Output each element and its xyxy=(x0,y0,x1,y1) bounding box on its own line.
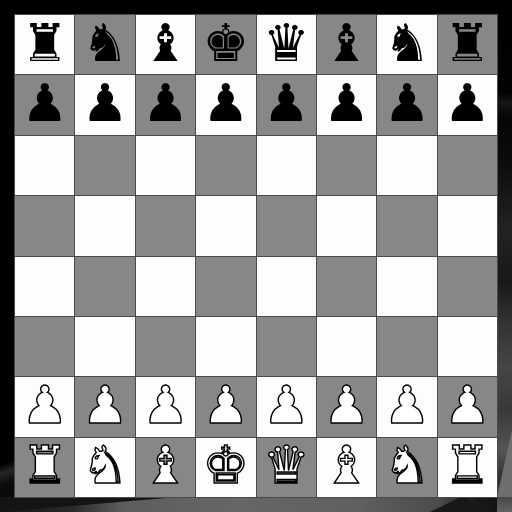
piece-white-pawn[interactable]: ♟ xyxy=(384,379,431,431)
piece-white-pawn[interactable]: ♟ xyxy=(444,379,491,431)
square-b6[interactable] xyxy=(75,136,134,195)
piece-black-pawn[interactable]: ♟ xyxy=(444,77,491,129)
square-b1[interactable]: ♞ xyxy=(75,438,134,497)
square-d8[interactable]: ♚ xyxy=(196,15,255,74)
square-h4[interactable] xyxy=(438,257,497,316)
square-a8[interactable]: ♜ xyxy=(15,15,74,74)
square-h6[interactable] xyxy=(438,136,497,195)
square-e8[interactable]: ♛ xyxy=(257,15,316,74)
square-h2[interactable]: ♟ xyxy=(438,377,497,436)
square-d4[interactable] xyxy=(196,257,255,316)
square-h8[interactable]: ♜ xyxy=(438,15,497,74)
piece-white-knight[interactable]: ♞ xyxy=(384,439,431,491)
square-d7[interactable]: ♟ xyxy=(196,75,255,134)
piece-black-king[interactable]: ♚ xyxy=(203,17,250,69)
piece-white-pawn[interactable]: ♟ xyxy=(203,379,250,431)
square-d3[interactable] xyxy=(196,317,255,376)
square-e3[interactable] xyxy=(257,317,316,376)
square-d2[interactable]: ♟ xyxy=(196,377,255,436)
square-g6[interactable] xyxy=(377,136,436,195)
square-e2[interactable]: ♟ xyxy=(257,377,316,436)
background-decoration xyxy=(0,440,14,497)
square-f5[interactable] xyxy=(317,196,376,255)
square-b8[interactable]: ♞ xyxy=(75,15,134,74)
square-h7[interactable]: ♟ xyxy=(438,75,497,134)
square-b7[interactable]: ♟ xyxy=(75,75,134,134)
square-c1[interactable]: ♝ xyxy=(136,438,195,497)
piece-black-knight[interactable]: ♞ xyxy=(384,17,431,69)
piece-black-pawn[interactable]: ♟ xyxy=(82,77,129,129)
piece-black-queen[interactable]: ♛ xyxy=(263,17,310,69)
square-e5[interactable] xyxy=(257,196,316,255)
piece-black-rook[interactable]: ♜ xyxy=(21,17,68,69)
piece-white-pawn[interactable]: ♟ xyxy=(82,379,129,431)
piece-black-knight[interactable]: ♞ xyxy=(82,17,129,69)
square-c7[interactable]: ♟ xyxy=(136,75,195,134)
piece-black-pawn[interactable]: ♟ xyxy=(21,77,68,129)
square-h3[interactable] xyxy=(438,317,497,376)
square-e1[interactable]: ♛ xyxy=(257,438,316,497)
square-a7[interactable]: ♟ xyxy=(15,75,74,134)
square-c3[interactable] xyxy=(136,317,195,376)
piece-white-pawn[interactable]: ♟ xyxy=(21,379,68,431)
square-f3[interactable] xyxy=(317,317,376,376)
square-d6[interactable] xyxy=(196,136,255,195)
piece-white-pawn[interactable]: ♟ xyxy=(142,379,189,431)
square-b4[interactable] xyxy=(75,257,134,316)
square-c8[interactable]: ♝ xyxy=(136,15,195,74)
piece-white-rook[interactable]: ♜ xyxy=(21,439,68,491)
piece-white-knight[interactable]: ♞ xyxy=(82,439,129,491)
square-f2[interactable]: ♟ xyxy=(317,377,376,436)
square-g2[interactable]: ♟ xyxy=(377,377,436,436)
piece-white-pawn[interactable]: ♟ xyxy=(263,379,310,431)
square-h5[interactable] xyxy=(438,196,497,255)
square-g3[interactable] xyxy=(377,317,436,376)
square-e6[interactable] xyxy=(257,136,316,195)
square-d5[interactable] xyxy=(196,196,255,255)
square-a3[interactable] xyxy=(15,317,74,376)
square-c4[interactable] xyxy=(136,257,195,316)
square-a4[interactable] xyxy=(15,257,74,316)
square-g8[interactable]: ♞ xyxy=(377,15,436,74)
square-f7[interactable]: ♟ xyxy=(317,75,376,134)
square-h1[interactable]: ♜ xyxy=(438,438,497,497)
piece-white-queen[interactable]: ♛ xyxy=(263,439,310,491)
square-a5[interactable] xyxy=(15,196,74,255)
piece-white-pawn[interactable]: ♟ xyxy=(323,379,370,431)
piece-black-pawn[interactable]: ♟ xyxy=(263,77,310,129)
piece-black-pawn[interactable]: ♟ xyxy=(384,77,431,129)
square-g4[interactable] xyxy=(377,257,436,316)
square-b3[interactable] xyxy=(75,317,134,376)
square-f6[interactable] xyxy=(317,136,376,195)
piece-white-bishop[interactable]: ♝ xyxy=(142,439,189,491)
piece-white-king[interactable]: ♚ xyxy=(203,439,250,491)
square-e7[interactable]: ♟ xyxy=(257,75,316,134)
square-c5[interactable] xyxy=(136,196,195,255)
square-a1[interactable]: ♜ xyxy=(15,438,74,497)
background-decoration xyxy=(0,0,512,14)
chess-board: ♜♞♝♚♛♝♞♜♟♟♟♟♟♟♟♟♟♟♟♟♟♟♟♟♜♞♝♚♛♝♞♜ xyxy=(14,14,498,498)
piece-black-bishop[interactable]: ♝ xyxy=(323,17,370,69)
chess-app-window: ♜♞♝♚♛♝♞♜♟♟♟♟♟♟♟♟♟♟♟♟♟♟♟♟♜♞♝♚♛♝♞♜ xyxy=(0,0,512,512)
piece-black-bishop[interactable]: ♝ xyxy=(142,17,189,69)
square-g5[interactable] xyxy=(377,196,436,255)
square-f8[interactable]: ♝ xyxy=(317,15,376,74)
square-a6[interactable] xyxy=(15,136,74,195)
square-c2[interactable]: ♟ xyxy=(136,377,195,436)
piece-black-rook[interactable]: ♜ xyxy=(444,17,491,69)
square-f4[interactable] xyxy=(317,257,376,316)
square-e4[interactable] xyxy=(257,257,316,316)
piece-black-pawn[interactable]: ♟ xyxy=(203,77,250,129)
piece-white-bishop[interactable]: ♝ xyxy=(323,439,370,491)
square-f1[interactable]: ♝ xyxy=(317,438,376,497)
square-b2[interactable]: ♟ xyxy=(75,377,134,436)
square-a2[interactable]: ♟ xyxy=(15,377,74,436)
piece-black-pawn[interactable]: ♟ xyxy=(323,77,370,129)
square-g7[interactable]: ♟ xyxy=(377,75,436,134)
background-decoration xyxy=(497,0,512,512)
square-c6[interactable] xyxy=(136,136,195,195)
square-g1[interactable]: ♞ xyxy=(377,438,436,497)
piece-white-rook[interactable]: ♜ xyxy=(444,439,491,491)
square-b5[interactable] xyxy=(75,196,134,255)
square-d1[interactable]: ♚ xyxy=(196,438,255,497)
piece-black-pawn[interactable]: ♟ xyxy=(142,77,189,129)
